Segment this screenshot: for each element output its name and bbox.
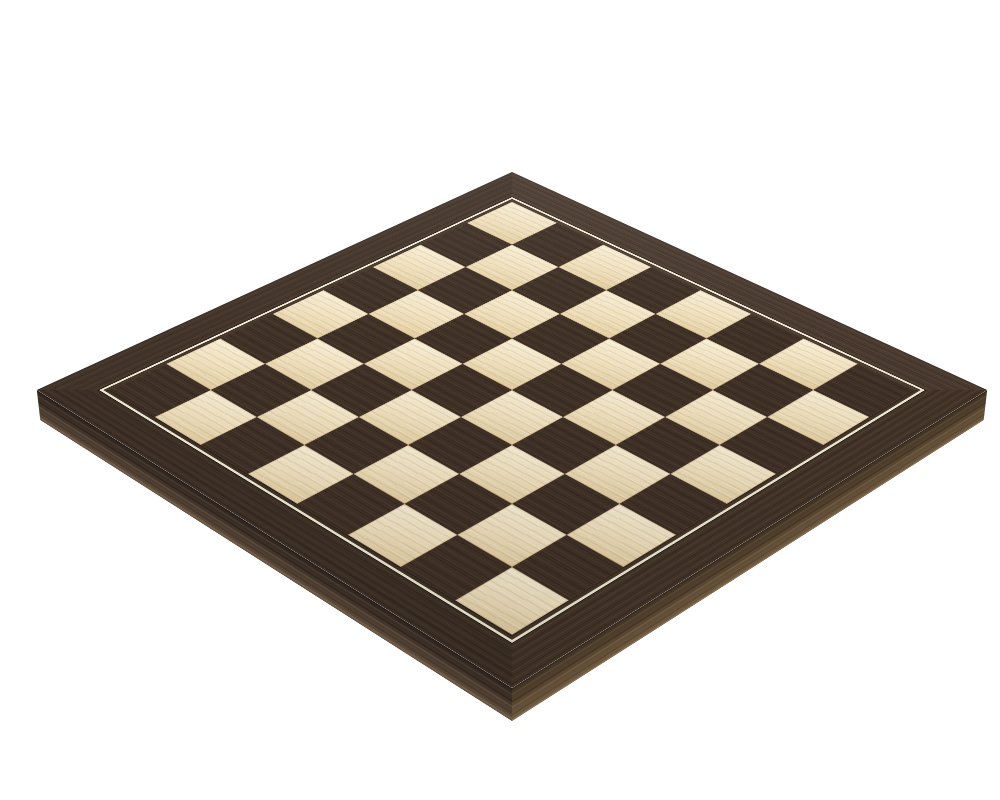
frame-lower-right-side: [469, 371, 987, 688]
square-h2: [512, 535, 623, 600]
square-d3: [359, 390, 461, 445]
square-c1: [201, 417, 305, 474]
product-photo-background: [0, 0, 1000, 800]
square-b1: [155, 390, 257, 445]
square-g2: [457, 504, 566, 567]
square-e2: [354, 445, 460, 504]
frame-lower-left-side: [37, 371, 555, 688]
square-g4: [565, 445, 671, 504]
square-f4: [512, 417, 616, 474]
square-h6: [720, 417, 824, 474]
square-h4: [619, 474, 726, 535]
square-d1: [248, 445, 354, 504]
square-e3: [408, 417, 512, 474]
board-top-face: [37, 172, 987, 688]
square-f5: [563, 390, 665, 445]
square-g5: [616, 417, 720, 474]
square-f1: [348, 504, 457, 567]
square-g3: [512, 474, 619, 535]
square-d2: [304, 417, 408, 474]
square-g6: [665, 390, 767, 445]
square-e1: [297, 474, 404, 535]
square-c2: [257, 390, 359, 445]
square-f3: [459, 445, 565, 504]
square-h5: [670, 445, 776, 504]
square-h3: [567, 504, 676, 567]
square-e4: [461, 390, 563, 445]
playing-field: [110, 202, 913, 635]
square-h7: [767, 390, 869, 445]
square-g1: [401, 535, 512, 600]
square-h1: [455, 567, 568, 635]
square-f2: [405, 474, 512, 535]
chessboard: [37, 172, 987, 688]
